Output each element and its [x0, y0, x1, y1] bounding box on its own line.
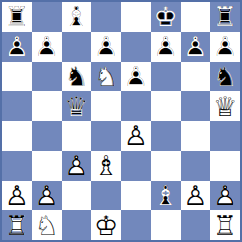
black-knight: ♞♘	[64, 63, 88, 90]
piece-outline: ♙	[213, 182, 237, 209]
piece-outline: ♘	[64, 63, 88, 90]
square-f6[interactable]	[151, 62, 181, 92]
square-d8[interactable]	[91, 2, 121, 32]
square-f1[interactable]	[151, 210, 181, 240]
square-d7[interactable]: ♟♙	[91, 32, 121, 62]
square-d2[interactable]	[91, 181, 121, 211]
square-c5[interactable]: ♛♕	[62, 91, 92, 121]
square-e6[interactable]: ♟♙	[121, 62, 151, 92]
square-e3[interactable]	[121, 151, 151, 181]
black-rook: ♜♖	[213, 3, 237, 30]
piece-outline: ♙	[94, 33, 118, 60]
square-f3[interactable]	[151, 151, 181, 181]
piece-outline: ♘	[213, 63, 237, 90]
square-f8[interactable]: ♚♔	[151, 2, 181, 32]
white-pawn: ♟♙	[183, 182, 207, 209]
square-a2[interactable]: ♟♙	[2, 181, 32, 211]
piece-outline: ♙	[213, 33, 237, 60]
piece-outline: ♙	[183, 182, 207, 209]
piece-outline: ♘	[94, 63, 118, 90]
piece-outline: ♖	[213, 3, 237, 30]
piece-outline: ♙	[124, 122, 148, 149]
white-knight: ♞♘	[35, 212, 59, 239]
black-queen: ♛♕	[64, 93, 88, 120]
square-b6[interactable]	[32, 62, 62, 92]
black-bishop: ♝♗	[154, 182, 178, 209]
black-pawn: ♟♙	[124, 63, 148, 90]
square-b5[interactable]	[32, 91, 62, 121]
square-h8[interactable]: ♜♖	[210, 2, 240, 32]
square-g6[interactable]	[181, 62, 211, 92]
white-pawn: ♟♙	[213, 182, 237, 209]
piece-outline: ♕	[213, 93, 237, 120]
square-g2[interactable]: ♟♙	[181, 181, 211, 211]
square-g5[interactable]	[181, 91, 211, 121]
square-c8[interactable]: ♝♗	[62, 2, 92, 32]
square-h4[interactable]	[210, 121, 240, 151]
black-pawn: ♟♙	[5, 33, 29, 60]
piece-outline: ♔	[154, 3, 178, 30]
white-rook: ♜♖	[5, 212, 29, 239]
black-pawn: ♟♙	[94, 33, 118, 60]
piece-outline: ♙	[5, 33, 29, 60]
black-bishop: ♝♗	[64, 3, 88, 30]
square-a4[interactable]	[2, 121, 32, 151]
piece-outline: ♙	[5, 182, 29, 209]
square-d6[interactable]: ♞♘	[91, 62, 121, 92]
square-h6[interactable]: ♞♘	[210, 62, 240, 92]
square-c1[interactable]	[62, 210, 92, 240]
white-king: ♚♔	[94, 212, 118, 239]
square-g4[interactable]	[181, 121, 211, 151]
piece-outline: ♕	[64, 93, 88, 120]
square-b1[interactable]: ♞♘	[32, 210, 62, 240]
piece-outline: ♘	[35, 212, 59, 239]
square-b7[interactable]: ♟♙	[32, 32, 62, 62]
piece-outline: ♙	[64, 152, 88, 179]
square-d1[interactable]: ♚♔	[91, 210, 121, 240]
black-pawn: ♟♙	[35, 33, 59, 60]
square-h2[interactable]: ♟♙	[210, 181, 240, 211]
white-pawn: ♟♙	[5, 182, 29, 209]
square-f2[interactable]: ♝♗	[151, 181, 181, 211]
square-e8[interactable]	[121, 2, 151, 32]
square-a6[interactable]	[2, 62, 32, 92]
black-king: ♚♔	[154, 3, 178, 30]
square-b3[interactable]	[32, 151, 62, 181]
piece-outline: ♙	[183, 33, 207, 60]
square-h5[interactable]: ♛♕	[210, 91, 240, 121]
piece-outline: ♙	[154, 33, 178, 60]
black-knight: ♞♘	[213, 63, 237, 90]
square-f4[interactable]	[151, 121, 181, 151]
square-g7[interactable]: ♟♙	[181, 32, 211, 62]
white-bishop: ♝♗	[94, 152, 118, 179]
piece-outline: ♙	[35, 33, 59, 60]
square-a7[interactable]: ♟♙	[2, 32, 32, 62]
square-g3[interactable]	[181, 151, 211, 181]
square-e7[interactable]	[121, 32, 151, 62]
square-c4[interactable]	[62, 121, 92, 151]
black-pawn: ♟♙	[154, 33, 178, 60]
square-d3[interactable]: ♝♗	[91, 151, 121, 181]
square-b2[interactable]: ♟♙	[32, 181, 62, 211]
square-e4[interactable]: ♟♙	[121, 121, 151, 151]
piece-outline: ♙	[124, 63, 148, 90]
square-a8[interactable]: ♜♖	[2, 2, 32, 32]
piece-outline: ♗	[64, 3, 88, 30]
square-e2[interactable]	[121, 181, 151, 211]
piece-outline: ♖	[5, 3, 29, 30]
square-h1[interactable]: ♜♖	[210, 210, 240, 240]
piece-outline: ♔	[94, 212, 118, 239]
square-a5[interactable]	[2, 91, 32, 121]
chess-board: ♜♖♝♗♚♔♜♖♟♙♟♙♟♙♟♙♟♙♟♙♞♘♞♘♟♙♞♘♛♕♛♕♟♙♟♙♝♗♟♙…	[0, 0, 242, 242]
white-knight: ♞♘	[94, 63, 118, 90]
white-pawn: ♟♙	[35, 182, 59, 209]
black-pawn: ♟♙	[213, 33, 237, 60]
square-c7[interactable]	[62, 32, 92, 62]
white-pawn: ♟♙	[124, 122, 148, 149]
square-b4[interactable]	[32, 121, 62, 151]
square-f7[interactable]: ♟♙	[151, 32, 181, 62]
square-h7[interactable]: ♟♙	[210, 32, 240, 62]
square-e5[interactable]	[121, 91, 151, 121]
square-b8[interactable]	[32, 2, 62, 32]
square-e1[interactable]	[121, 210, 151, 240]
white-rook: ♜♖	[213, 212, 237, 239]
square-c2[interactable]	[62, 181, 92, 211]
square-c6[interactable]: ♞♘	[62, 62, 92, 92]
square-a3[interactable]	[2, 151, 32, 181]
square-d4[interactable]	[91, 121, 121, 151]
square-f5[interactable]	[151, 91, 181, 121]
piece-outline: ♖	[213, 212, 237, 239]
square-g8[interactable]	[181, 2, 211, 32]
black-pawn: ♟♙	[183, 33, 207, 60]
piece-outline: ♙	[35, 182, 59, 209]
white-queen: ♛♕	[213, 93, 237, 120]
square-g1[interactable]	[181, 210, 211, 240]
square-c3[interactable]: ♟♙	[62, 151, 92, 181]
piece-outline: ♖	[5, 212, 29, 239]
piece-outline: ♗	[154, 182, 178, 209]
square-d5[interactable]	[91, 91, 121, 121]
square-h3[interactable]	[210, 151, 240, 181]
white-pawn: ♟♙	[64, 152, 88, 179]
black-rook: ♜♖	[5, 3, 29, 30]
piece-outline: ♗	[94, 152, 118, 179]
square-a1[interactable]: ♜♖	[2, 210, 32, 240]
